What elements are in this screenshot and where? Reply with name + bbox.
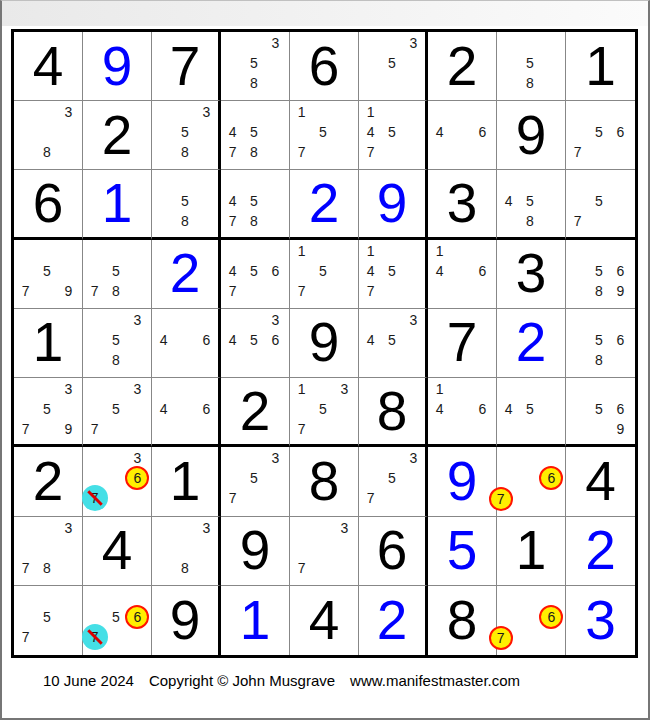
candidate-digit: 5 [250, 125, 258, 139]
candidate-slot-5 [174, 399, 195, 419]
cell-r6c7[interactable]: 146 [428, 378, 497, 447]
candidate-slot-3: 3 [403, 310, 424, 330]
cell-r9c3[interactable]: 9 [152, 586, 221, 655]
candidate-digit: 5 [319, 125, 327, 139]
cell-r4c5[interactable]: 157 [290, 240, 359, 309]
candidate-slot-1 [498, 171, 519, 191]
candidate-slot-9 [127, 281, 148, 301]
candidate-slot-2 [588, 241, 609, 261]
cell-r6c6[interactable]: 8 [359, 378, 428, 447]
candidate-slot-3: 3 [196, 518, 217, 538]
candidate-slot-3 [127, 587, 148, 607]
candidate-slot-8 [312, 558, 333, 578]
candidate-digit: 5 [595, 402, 603, 416]
candidate-slot-9 [541, 211, 562, 231]
candidate-slot-8 [312, 142, 333, 162]
candidate-slot-7: 7 [291, 281, 312, 301]
candidate-slot-8: 8 [588, 281, 609, 301]
solved-digit: 2 [290, 170, 358, 236]
candidate-slot-6 [610, 191, 631, 211]
candidate-slot-5: 5 [588, 399, 609, 419]
candidate-slot-9 [403, 350, 424, 370]
candidate-slot-4 [498, 607, 519, 627]
candidate-slot-7: 7 [222, 211, 243, 231]
candidate-slot-4 [498, 53, 519, 73]
candidate-slot-1: 1 [291, 102, 312, 122]
candidate-slot-5: 5 [105, 330, 126, 350]
candidate-digit: 1 [436, 382, 444, 396]
candidate-slot-2 [36, 241, 57, 261]
candidate-slot-3: 3 [334, 518, 355, 538]
given-digit: 1 [14, 309, 82, 377]
cell-r7c4[interactable]: 357 [221, 447, 290, 516]
candidate-slot-2 [36, 518, 57, 538]
cell-r6c9[interactable]: 569 [566, 378, 635, 447]
cell-r5c6[interactable]: 345 [359, 309, 428, 378]
candidate-slot-3 [541, 448, 562, 468]
candidate-slot-1 [153, 102, 174, 122]
candidate-slot-6 [58, 399, 79, 419]
candidate-slot-2 [519, 448, 540, 468]
cell-r1c7[interactable]: 2 [428, 32, 497, 101]
candidate-slot-1: 1 [360, 241, 381, 261]
cell-r2c2[interactable]: 2 [83, 101, 152, 170]
candidate-slot-3 [610, 241, 631, 261]
cell-r7c9[interactable]: 4 [566, 447, 635, 516]
candidate-slot-6 [196, 122, 217, 142]
candidate-slot-3 [610, 102, 631, 122]
candidate-slot-7: 7 [15, 281, 36, 301]
candidate-slot-4 [291, 538, 312, 558]
candidate-slot-8 [450, 142, 471, 162]
candidate-digit: 3 [409, 313, 417, 327]
cell-r7c8[interactable]: 67 [497, 447, 566, 516]
candidate-digit: 7 [229, 214, 237, 228]
candidate-slot-5: 5 [381, 53, 402, 73]
candidate-digit: 5 [181, 194, 189, 208]
candidate-digit: 5 [43, 402, 51, 416]
candidate-slot-3: 3 [403, 33, 424, 53]
candidate-slot-5 [36, 122, 57, 142]
candidate-slot-3 [334, 241, 355, 261]
cell-r4c1[interactable]: 579 [14, 240, 83, 309]
candidate-slot-1 [429, 102, 450, 122]
cell-r7c6[interactable]: 357 [359, 447, 428, 516]
candidate-slot-9 [610, 142, 631, 162]
candidate-digit: 7 [298, 145, 306, 159]
candidate-slot-8 [36, 419, 57, 439]
given-digit: 2 [83, 101, 151, 169]
cell-r4c2[interactable]: 578 [83, 240, 152, 309]
candidate-digit: 7 [91, 422, 99, 436]
pencil-marks: 367 [84, 448, 148, 508]
candidate-slot-6 [58, 122, 79, 142]
candidate-slot-3: 3 [58, 379, 79, 399]
candidate-digit: 6 [202, 402, 210, 416]
candidate-slot-3 [610, 379, 631, 399]
candidate-slot-2 [450, 102, 471, 122]
candidate-slot-4: 4 [429, 399, 450, 419]
candidate-slot-2 [105, 587, 126, 607]
cell-r5c9[interactable]: 568 [566, 309, 635, 378]
candidate-digit: 8 [43, 145, 51, 159]
cell-r2c1[interactable]: 38 [14, 101, 83, 170]
cell-r1c1[interactable]: 4 [14, 32, 83, 101]
solved-digit: 2 [497, 309, 565, 377]
candidate-slot-8: 8 [105, 281, 126, 301]
candidate-slot-2 [36, 379, 57, 399]
cell-r5c3[interactable]: 46 [152, 309, 221, 378]
cell-r9c5[interactable]: 4 [290, 586, 359, 655]
candidate-slot-6 [334, 538, 355, 558]
candidate-slot-6 [265, 468, 286, 488]
candidate-slot-2 [312, 379, 333, 399]
cell-r2c8[interactable]: 9 [497, 101, 566, 170]
candidate-slot-6 [127, 261, 148, 281]
candidate-digit: 3 [340, 382, 348, 396]
candidate-slot-8: 8 [588, 350, 609, 370]
candidate-slot-2 [381, 33, 402, 53]
cell-r2c5[interactable]: 157 [290, 101, 359, 170]
candidate-digit: 5 [250, 194, 258, 208]
cell-r1c8[interactable]: 58 [497, 32, 566, 101]
candidate-slot-5: 5 [243, 122, 264, 142]
candidate-slot-5: 5 [381, 261, 402, 281]
candidate-slot-9 [334, 142, 355, 162]
cell-r9c6[interactable]: 2 [359, 586, 428, 655]
pencil-marks: 157 [291, 241, 355, 301]
cell-r8c8[interactable]: 1 [497, 517, 566, 586]
candidate-slot-8: 8 [243, 142, 264, 162]
cell-r5c1[interactable]: 1 [14, 309, 83, 378]
candidate-slot-9 [265, 211, 286, 231]
cell-r8c2[interactable]: 4 [83, 517, 152, 586]
candidate-slot-5: 5 [36, 607, 57, 627]
cell-r8c7[interactable]: 5 [428, 517, 497, 586]
cell-r7c1[interactable]: 2 [14, 447, 83, 516]
solved-digit: 2 [566, 517, 635, 585]
cell-r9c1[interactable]: 57 [14, 586, 83, 655]
cell-r8c9[interactable]: 2 [566, 517, 635, 586]
candidate-slot-6 [265, 191, 286, 211]
candidate-slot-3: 3 [127, 448, 148, 468]
candidate-slot-8: 8 [519, 211, 540, 231]
candidate-digit: 6 [271, 333, 279, 347]
candidate-slot-2 [312, 518, 333, 538]
candidate-slot-3: 3 [265, 310, 286, 330]
candidate-slot-1 [567, 310, 588, 330]
cell-r3c5[interactable]: 2 [290, 170, 359, 239]
cell-r2c6[interactable]: 1457 [359, 101, 428, 170]
given-digit: 8 [428, 586, 496, 655]
candidate-slot-8 [36, 281, 57, 301]
cell-r6c2[interactable]: 357 [83, 378, 152, 447]
candidate-digit: 3 [202, 105, 210, 119]
candidate-slot-5 [174, 538, 195, 558]
candidate-slot-4: 4 [153, 399, 174, 419]
cell-r6c4[interactable]: 2 [221, 378, 290, 447]
candidate-slot-2 [105, 448, 126, 468]
cell-r1c9[interactable]: 1 [566, 32, 635, 101]
cell-r5c7[interactable]: 7 [428, 309, 497, 378]
cell-r4c3[interactable]: 2 [152, 240, 221, 309]
candidate-digit: 5 [526, 194, 534, 208]
candidate-digit: 7 [229, 145, 237, 159]
pencil-marks: 4578 [222, 171, 286, 231]
candidate-slot-5 [450, 261, 471, 281]
candidate-digit: 9 [616, 284, 624, 298]
candidate-slot-9 [541, 73, 562, 93]
candidate-slot-7: 7 [15, 627, 36, 647]
candidate-slot-4: 4 [222, 191, 243, 211]
candidate-slot-3 [196, 171, 217, 191]
candidate-slot-7 [498, 73, 519, 93]
candidate-slot-5: 5 [588, 261, 609, 281]
candidate-digit: 4 [160, 402, 168, 416]
cell-r1c2[interactable]: 9 [83, 32, 152, 101]
candidate-slot-6: 6 [265, 261, 286, 281]
cell-r1c5[interactable]: 6 [290, 32, 359, 101]
candidate-slot-5: 5 [105, 399, 126, 419]
pencil-marks: 358 [153, 102, 217, 162]
cell-r7c5[interactable]: 8 [290, 447, 359, 516]
candidate-slot-9 [196, 419, 217, 439]
cell-r4c7[interactable]: 146 [428, 240, 497, 309]
candidate-slot-2 [174, 171, 195, 191]
pencil-marks: 357 [84, 379, 148, 439]
candidate-digit: 6 [478, 402, 486, 416]
candidate-slot-8: 8 [36, 142, 57, 162]
candidate-slot-2 [312, 102, 333, 122]
candidate-slot-8 [381, 281, 402, 301]
candidate-digit: 6 [547, 471, 555, 485]
candidate-digit: 3 [64, 521, 72, 535]
solved-digit: 1 [83, 170, 151, 236]
candidate-slot-4: 4 [153, 330, 174, 350]
candidate-slot-6 [265, 53, 286, 73]
cell-r8c5[interactable]: 37 [290, 517, 359, 586]
cell-r9c4[interactable]: 1 [221, 586, 290, 655]
cell-r4c4[interactable]: 4567 [221, 240, 290, 309]
cell-r9c8[interactable]: 67 [497, 586, 566, 655]
cell-r3c6[interactable]: 9 [359, 170, 428, 239]
candidate-digit: 3 [64, 105, 72, 119]
candidate-slot-1 [15, 379, 36, 399]
given-digit: 3 [497, 240, 565, 308]
candidate-slot-2 [450, 379, 471, 399]
candidate-slot-5: 5 [588, 122, 609, 142]
candidate-slot-3 [472, 379, 493, 399]
cell-r6c3[interactable]: 46 [152, 378, 221, 447]
cell-r5c2[interactable]: 358 [83, 309, 152, 378]
candidate-slot-6 [58, 607, 79, 627]
candidate-slot-9 [196, 558, 217, 578]
cell-r3c7[interactable]: 3 [428, 170, 497, 239]
cell-r4c6[interactable]: 1457 [359, 240, 428, 309]
candidate-slot-4 [360, 468, 381, 488]
candidate-slot-2 [36, 587, 57, 607]
candidate-slot-6: 6 [472, 261, 493, 281]
cell-r7c3[interactable]: 1 [152, 447, 221, 516]
candidate-slot-2 [450, 241, 471, 261]
candidate-slot-8 [243, 350, 264, 370]
candidate-digit: 4 [160, 333, 168, 347]
candidate-slot-8 [174, 350, 195, 370]
cell-r9c2[interactable]: 567 [83, 586, 152, 655]
cell-r3c2[interactable]: 1 [83, 170, 152, 239]
candidate-digit: 6 [271, 264, 279, 278]
candidate-slot-5: 5 [312, 399, 333, 419]
candidate-digit: 8 [595, 284, 603, 298]
given-digit: 6 [14, 170, 82, 236]
candidate-digit: 3 [133, 313, 141, 327]
cell-r8c4[interactable]: 9 [221, 517, 290, 586]
candidate-slot-1 [84, 310, 105, 330]
cell-r3c8[interactable]: 458 [497, 170, 566, 239]
candidate-slot-1 [222, 102, 243, 122]
candidate-slot-9 [403, 281, 424, 301]
pencil-marks: 458 [498, 171, 562, 231]
given-digit: 9 [152, 586, 218, 655]
candidate-slot-4 [15, 607, 36, 627]
candidate-digit: 8 [526, 76, 534, 90]
cell-r8c6[interactable]: 6 [359, 517, 428, 586]
candidate-slot-4 [15, 261, 36, 281]
cell-r6c5[interactable]: 1357 [290, 378, 359, 447]
candidate-slot-3: 3 [334, 379, 355, 399]
pencil-marks: 4578 [222, 102, 286, 162]
candidate-digit: 5 [388, 471, 396, 485]
candidate-slot-7 [567, 419, 588, 439]
candidate-slot-1 [567, 241, 588, 261]
candidate-slot-9: 9 [610, 281, 631, 301]
cell-r2c3[interactable]: 358 [152, 101, 221, 170]
candidate-slot-9 [196, 211, 217, 231]
candidate-digit: 5 [388, 333, 396, 347]
candidate-slot-4 [153, 191, 174, 211]
candidate-slot-9 [541, 627, 562, 647]
candidate-slot-5 [105, 468, 126, 488]
candidate-slot-3 [334, 102, 355, 122]
cell-r7c7[interactable]: 9 [428, 447, 497, 516]
candidate-slot-9 [403, 73, 424, 93]
candidate-digit: 8 [181, 214, 189, 228]
candidate-slot-4 [291, 122, 312, 142]
cell-r6c1[interactable]: 3579 [14, 378, 83, 447]
candidate-digit: 8 [595, 353, 603, 367]
candidate-slot-5: 5 [519, 53, 540, 73]
cell-r3c9[interactable]: 57 [566, 170, 635, 239]
candidate-slot-9 [541, 419, 562, 439]
candidate-digit: 5 [595, 333, 603, 347]
candidate-slot-1 [291, 518, 312, 538]
cell-r4c9[interactable]: 5689 [566, 240, 635, 309]
cell-r1c3[interactable]: 7 [152, 32, 221, 101]
candidate-slot-9 [334, 281, 355, 301]
cell-r5c5[interactable]: 9 [290, 309, 359, 378]
candidate-slot-3 [472, 102, 493, 122]
candidate-slot-3: 3 [58, 518, 79, 538]
candidate-slot-1 [222, 310, 243, 330]
candidate-slot-5: 5 [243, 53, 264, 73]
candidate-slot-7: 7 [360, 281, 381, 301]
candidate-slot-7: 7 [291, 558, 312, 578]
solved-digit: 1 [221, 586, 289, 655]
candidate-digit: 5 [595, 264, 603, 278]
cell-r6c8[interactable]: 45 [497, 378, 566, 447]
cell-r9c9[interactable]: 3 [566, 586, 635, 655]
candidate-slot-6 [127, 399, 148, 419]
cell-r3c3[interactable]: 58 [152, 170, 221, 239]
candidate-slot-2 [105, 310, 126, 330]
candidate-slot-4: 4 [429, 261, 450, 281]
pencil-marks: 35 [360, 33, 424, 93]
cell-r1c4[interactable]: 358 [221, 32, 290, 101]
candidate-slot-7 [360, 350, 381, 370]
cell-r8c3[interactable]: 38 [152, 517, 221, 586]
cell-r1c6[interactable]: 35 [359, 32, 428, 101]
cell-r2c7[interactable]: 46 [428, 101, 497, 170]
candidate-digit: 3 [202, 521, 210, 535]
candidate-slot-8: 8 [105, 350, 126, 370]
cell-r4c8[interactable]: 3 [497, 240, 566, 309]
candidate-slot-5 [450, 399, 471, 419]
candidate-slot-5: 5 [243, 191, 264, 211]
cell-r8c1[interactable]: 378 [14, 517, 83, 586]
cell-r5c8[interactable]: 2 [497, 309, 566, 378]
candidate-slot-7 [567, 281, 588, 301]
candidate-slot-3: 3 [127, 310, 148, 330]
candidate-slot-8: 8 [174, 211, 195, 231]
candidate-slot-1 [498, 379, 519, 399]
cell-r3c4[interactable]: 4578 [221, 170, 290, 239]
candidate-slot-6 [127, 330, 148, 350]
candidate-slot-8 [312, 281, 333, 301]
candidate-slot-8: 8 [174, 142, 195, 162]
candidate-slot-1 [222, 241, 243, 261]
candidate-slot-1 [360, 310, 381, 330]
candidate-slot-1 [222, 33, 243, 53]
candidate-digit: 4 [436, 125, 444, 139]
pencil-marks: 58 [498, 33, 562, 93]
candidate-slot-5: 5 [36, 399, 57, 419]
candidate-slot-6: 6 [127, 468, 148, 488]
candidate-slot-7: 7 [222, 142, 243, 162]
candidate-slot-5 [450, 122, 471, 142]
pencil-marks: 578 [84, 241, 148, 301]
candidate-slot-4 [222, 53, 243, 73]
candidate-slot-6: 6 [472, 122, 493, 142]
candidate-slot-6: 6 [265, 330, 286, 350]
candidate-slot-4: 4 [429, 122, 450, 142]
candidate-slot-7: 7 [567, 211, 588, 231]
candidate-slot-7 [15, 142, 36, 162]
candidate-slot-5 [519, 607, 540, 627]
cell-r7c2[interactable]: 367 [83, 447, 152, 516]
cell-r9c7[interactable]: 8 [428, 586, 497, 655]
cell-r5c4[interactable]: 3456 [221, 309, 290, 378]
solved-digit: 3 [566, 586, 635, 655]
candidate-slot-1 [84, 379, 105, 399]
candidate-digit: 7 [229, 491, 237, 505]
cell-r3c1[interactable]: 6 [14, 170, 83, 239]
candidate-slot-6 [58, 538, 79, 558]
candidate-slot-7 [567, 350, 588, 370]
cell-r2c4[interactable]: 4578 [221, 101, 290, 170]
candidate-slot-4 [84, 330, 105, 350]
candidate-slot-6 [541, 191, 562, 211]
cell-r2c9[interactable]: 567 [566, 101, 635, 170]
